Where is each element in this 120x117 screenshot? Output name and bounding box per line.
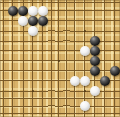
board-intersection[interactable] bbox=[8, 56, 18, 66]
board-intersection[interactable] bbox=[18, 26, 28, 36]
board-intersection[interactable] bbox=[38, 111, 48, 117]
white-stone bbox=[28, 26, 38, 36]
board-intersection[interactable] bbox=[63, 111, 71, 117]
board-intersection[interactable] bbox=[80, 26, 90, 36]
board-intersection[interactable] bbox=[28, 6, 38, 16]
board-intersection[interactable] bbox=[110, 16, 120, 26]
board-intersection[interactable] bbox=[38, 46, 48, 56]
board-intersection[interactable] bbox=[18, 111, 28, 117]
board-intersection[interactable] bbox=[90, 16, 100, 26]
board-intersection[interactable] bbox=[110, 46, 120, 56]
board-intersection[interactable] bbox=[63, 6, 71, 16]
board-intersection[interactable] bbox=[70, 46, 80, 56]
board-intersection[interactable] bbox=[0, 66, 8, 76]
board-intersection[interactable] bbox=[90, 56, 100, 66]
board-intersection[interactable] bbox=[48, 16, 56, 26]
board-intersection[interactable] bbox=[55, 16, 63, 26]
board-intersection[interactable] bbox=[28, 16, 38, 26]
board-intersection[interactable] bbox=[55, 26, 63, 36]
white-stone bbox=[80, 101, 90, 111]
board-intersection[interactable] bbox=[38, 56, 48, 66]
board-intersection[interactable] bbox=[8, 76, 18, 86]
board-intersection[interactable] bbox=[28, 56, 38, 66]
board-intersection[interactable] bbox=[110, 76, 120, 86]
board-intersection[interactable] bbox=[55, 36, 63, 46]
board-intersection[interactable] bbox=[55, 101, 63, 111]
board-intersection[interactable] bbox=[90, 86, 100, 96]
board-intersection[interactable] bbox=[48, 6, 56, 16]
board-intersection[interactable] bbox=[63, 76, 71, 86]
board-intersection[interactable] bbox=[28, 111, 38, 117]
board-intersection[interactable] bbox=[48, 111, 56, 117]
board-intersection[interactable] bbox=[48, 86, 56, 96]
board-intersection[interactable] bbox=[110, 26, 120, 36]
board-intersection[interactable] bbox=[80, 6, 90, 16]
board-intersection[interactable] bbox=[0, 86, 8, 96]
board-intersection[interactable] bbox=[100, 36, 110, 46]
board-intersection[interactable] bbox=[100, 101, 110, 111]
board-intersection[interactable] bbox=[18, 56, 28, 66]
board-intersection[interactable] bbox=[0, 36, 8, 46]
black-stone bbox=[28, 16, 38, 26]
board-intersection[interactable] bbox=[70, 86, 80, 96]
black-stone bbox=[90, 56, 100, 66]
board-intersection[interactable] bbox=[28, 86, 38, 96]
board-intersection[interactable] bbox=[38, 6, 48, 16]
white-stone bbox=[80, 76, 90, 86]
board-intersection[interactable] bbox=[70, 66, 80, 76]
board-intersection[interactable] bbox=[90, 46, 100, 56]
board-intersection[interactable] bbox=[63, 86, 71, 96]
board-intersection[interactable] bbox=[63, 46, 71, 56]
board-intersection[interactable] bbox=[8, 111, 18, 117]
board-intersection[interactable] bbox=[70, 26, 80, 36]
board-intersection[interactable] bbox=[38, 86, 48, 96]
board-intersection[interactable] bbox=[18, 36, 28, 46]
board-intersection[interactable] bbox=[55, 56, 63, 66]
board-intersection[interactable] bbox=[100, 6, 110, 16]
board-intersection[interactable] bbox=[90, 76, 100, 86]
board-intersection[interactable] bbox=[70, 76, 80, 86]
board-intersection[interactable] bbox=[70, 6, 80, 16]
board-intersection[interactable] bbox=[0, 76, 8, 86]
board-intersection[interactable] bbox=[55, 76, 63, 86]
board-intersection[interactable] bbox=[38, 26, 48, 36]
board-intersection[interactable] bbox=[8, 16, 18, 26]
black-stone bbox=[18, 6, 28, 16]
white-stone bbox=[80, 46, 90, 56]
board-intersection[interactable] bbox=[80, 46, 90, 56]
board-intersection[interactable] bbox=[100, 86, 110, 96]
board-intersection[interactable] bbox=[80, 16, 90, 26]
board-intersection[interactable] bbox=[80, 56, 90, 66]
board-intersection[interactable] bbox=[55, 6, 63, 16]
board-intersection[interactable] bbox=[100, 76, 110, 86]
white-stone bbox=[18, 16, 28, 26]
board-intersection[interactable] bbox=[8, 26, 18, 36]
board-intersection[interactable] bbox=[110, 86, 120, 96]
board-intersection[interactable] bbox=[110, 101, 120, 111]
black-stone bbox=[100, 76, 110, 86]
board-intersection[interactable] bbox=[63, 26, 71, 36]
board-intersection[interactable] bbox=[28, 66, 38, 76]
board-intersection[interactable] bbox=[55, 86, 63, 96]
board-intersection[interactable] bbox=[48, 26, 56, 36]
black-stone bbox=[8, 6, 18, 16]
board-intersection[interactable] bbox=[48, 36, 56, 46]
board-intersection[interactable] bbox=[18, 86, 28, 96]
board-intersection[interactable] bbox=[63, 101, 71, 111]
board-intersection[interactable] bbox=[80, 111, 90, 117]
board-intersection[interactable] bbox=[110, 66, 120, 76]
board-intersection[interactable] bbox=[38, 101, 48, 111]
board-intersection[interactable] bbox=[0, 16, 8, 26]
board-intersection[interactable] bbox=[90, 26, 100, 36]
black-stone bbox=[110, 66, 120, 76]
board-intersection[interactable] bbox=[90, 66, 100, 76]
board-intersection[interactable] bbox=[100, 56, 110, 66]
hoshi-point bbox=[84, 90, 86, 92]
board-intersection[interactable] bbox=[0, 6, 8, 16]
board-intersection[interactable] bbox=[38, 76, 48, 86]
board-intersection[interactable] bbox=[8, 6, 18, 16]
white-stone bbox=[70, 76, 80, 86]
board-intersection[interactable] bbox=[28, 101, 38, 111]
board-intersection[interactable] bbox=[8, 36, 18, 46]
board-intersection[interactable] bbox=[63, 66, 71, 76]
board-intersection[interactable] bbox=[100, 111, 110, 117]
board-intersection[interactable] bbox=[80, 101, 90, 111]
board-intersection[interactable] bbox=[28, 76, 38, 86]
board-intersection[interactable] bbox=[80, 86, 90, 96]
board-intersection[interactable] bbox=[48, 66, 56, 76]
white-stone bbox=[28, 6, 38, 16]
board-intersection[interactable] bbox=[100, 46, 110, 56]
board-intersection[interactable] bbox=[63, 36, 71, 46]
board-intersection[interactable] bbox=[0, 56, 8, 66]
board-intersection[interactable] bbox=[18, 6, 28, 16]
board-intersection[interactable] bbox=[70, 101, 80, 111]
board-intersection[interactable] bbox=[100, 26, 110, 36]
board-intersection[interactable] bbox=[8, 86, 18, 96]
board-intersection[interactable] bbox=[55, 111, 63, 117]
black-stone bbox=[38, 16, 48, 26]
board-intersection[interactable] bbox=[110, 111, 120, 117]
board-intersection[interactable] bbox=[63, 16, 71, 26]
go-board bbox=[0, 0, 120, 117]
board-intersection[interactable] bbox=[100, 66, 110, 76]
black-stone bbox=[90, 36, 100, 46]
board-intersection[interactable] bbox=[110, 6, 120, 16]
board-intersection[interactable] bbox=[38, 16, 48, 26]
board-intersection[interactable] bbox=[0, 46, 8, 56]
hoshi-point bbox=[32, 90, 34, 92]
board-intersection[interactable] bbox=[80, 66, 90, 76]
board-intersection[interactable] bbox=[48, 56, 56, 66]
board-intersection[interactable] bbox=[100, 16, 110, 26]
board-intersection[interactable] bbox=[80, 76, 90, 86]
board-intersection[interactable] bbox=[90, 36, 100, 46]
board-intersection[interactable] bbox=[110, 36, 120, 46]
board-intersection[interactable] bbox=[28, 36, 38, 46]
board-intersection[interactable] bbox=[28, 46, 38, 56]
board-intersection[interactable] bbox=[48, 76, 56, 86]
board-intersection[interactable] bbox=[0, 111, 8, 117]
board-intersection[interactable] bbox=[70, 36, 80, 46]
board-intersection[interactable] bbox=[55, 66, 63, 76]
board-intersection[interactable] bbox=[70, 16, 80, 26]
board-intersection[interactable] bbox=[18, 46, 28, 56]
board-intersection[interactable] bbox=[8, 66, 18, 76]
board-intersection[interactable] bbox=[0, 101, 8, 111]
board-intersection[interactable] bbox=[38, 36, 48, 46]
board-intersection[interactable] bbox=[90, 111, 100, 117]
board-intersection[interactable] bbox=[48, 101, 56, 111]
hoshi-point bbox=[84, 30, 86, 32]
board-intersection[interactable] bbox=[63, 56, 71, 66]
board-intersection[interactable] bbox=[55, 46, 63, 56]
board-intersection[interactable] bbox=[90, 6, 100, 16]
board-intersection[interactable] bbox=[18, 16, 28, 26]
board-intersection[interactable] bbox=[70, 56, 80, 66]
board-intersection[interactable] bbox=[28, 26, 38, 36]
board-intersection[interactable] bbox=[70, 111, 80, 117]
board-intersection[interactable] bbox=[80, 36, 90, 46]
black-stone bbox=[90, 46, 100, 56]
hoshi-point bbox=[58, 60, 60, 62]
board-intersection[interactable] bbox=[18, 101, 28, 111]
board-intersection[interactable] bbox=[38, 66, 48, 76]
board-intersection[interactable] bbox=[48, 46, 56, 56]
board-intersection[interactable] bbox=[90, 101, 100, 111]
board-intersection[interactable] bbox=[110, 56, 120, 66]
board-intersection[interactable] bbox=[0, 26, 8, 36]
white-stone bbox=[90, 86, 100, 96]
white-stone bbox=[38, 6, 48, 16]
board-intersection[interactable] bbox=[18, 76, 28, 86]
board-intersection[interactable] bbox=[8, 101, 18, 111]
board-intersection[interactable] bbox=[18, 66, 28, 76]
black-stone bbox=[90, 66, 100, 76]
board-intersection[interactable] bbox=[8, 46, 18, 56]
